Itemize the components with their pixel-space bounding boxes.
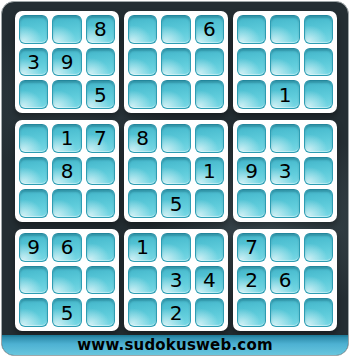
box-r1c1: 8395 xyxy=(15,11,119,113)
cell-r9c1[interactable] xyxy=(19,298,48,327)
cell-r5c1[interactable] xyxy=(19,157,48,186)
cell-r4c2[interactable]: 1 xyxy=(52,124,81,153)
box-r1c3: 1 xyxy=(233,11,337,113)
cell-r4c9[interactable] xyxy=(304,124,333,153)
cell-r2c2[interactable]: 9 xyxy=(52,48,81,77)
cell-r8c8[interactable]: 6 xyxy=(270,266,299,295)
cell-r6c7[interactable] xyxy=(237,189,266,218)
cell-r3c2[interactable] xyxy=(52,80,81,109)
cell-r7c2[interactable]: 6 xyxy=(52,233,81,262)
cell-r3c9[interactable] xyxy=(304,80,333,109)
cell-r4c3[interactable]: 7 xyxy=(86,124,115,153)
cell-r1c2[interactable] xyxy=(52,15,81,44)
cell-r5c9[interactable] xyxy=(304,157,333,186)
box-r3c2: 1342 xyxy=(124,229,228,331)
cell-r2c4[interactable] xyxy=(128,48,157,77)
sudoku-plaque: 839561178815939651342726 www.sudokusweb.… xyxy=(1,1,349,356)
cell-r8c7[interactable]: 2 xyxy=(237,266,266,295)
cell-r1c5[interactable] xyxy=(161,15,190,44)
cell-r7c4[interactable]: 1 xyxy=(128,233,157,262)
cell-r6c3[interactable] xyxy=(86,189,115,218)
cell-r6c8[interactable] xyxy=(270,189,299,218)
cell-r9c3[interactable] xyxy=(86,298,115,327)
cell-r3c7[interactable] xyxy=(237,80,266,109)
cell-r2c5[interactable] xyxy=(161,48,190,77)
cell-r9c6[interactable] xyxy=(195,298,224,327)
cell-r1c4[interactable] xyxy=(128,15,157,44)
cell-r6c5[interactable]: 5 xyxy=(161,189,190,218)
cell-r7c9[interactable] xyxy=(304,233,333,262)
website-link[interactable]: www.sudokusweb.com xyxy=(77,336,272,354)
cell-r9c5[interactable]: 2 xyxy=(161,298,190,327)
cell-r2c3[interactable] xyxy=(86,48,115,77)
cell-r9c7[interactable] xyxy=(237,298,266,327)
cell-r4c1[interactable] xyxy=(19,124,48,153)
cell-r9c8[interactable] xyxy=(270,298,299,327)
cell-r1c9[interactable] xyxy=(304,15,333,44)
cell-r8c5[interactable]: 3 xyxy=(161,266,190,295)
cell-r7c7[interactable]: 7 xyxy=(237,233,266,262)
cell-r9c4[interactable] xyxy=(128,298,157,327)
cell-r3c6[interactable] xyxy=(195,80,224,109)
cell-r6c9[interactable] xyxy=(304,189,333,218)
cell-r2c6[interactable] xyxy=(195,48,224,77)
cell-r1c6[interactable]: 6 xyxy=(195,15,224,44)
cell-r3c8[interactable]: 1 xyxy=(270,80,299,109)
cell-r2c9[interactable] xyxy=(304,48,333,77)
cell-r2c8[interactable] xyxy=(270,48,299,77)
cell-r5c5[interactable] xyxy=(161,157,190,186)
cell-r8c2[interactable] xyxy=(52,266,81,295)
cell-r5c7[interactable]: 9 xyxy=(237,157,266,186)
cell-r4c7[interactable] xyxy=(237,124,266,153)
cell-r5c4[interactable] xyxy=(128,157,157,186)
cell-r6c4[interactable] xyxy=(128,189,157,218)
box-r3c3: 726 xyxy=(233,229,337,331)
cell-r5c3[interactable] xyxy=(86,157,115,186)
cell-r7c5[interactable] xyxy=(161,233,190,262)
cell-r6c6[interactable] xyxy=(195,189,224,218)
cell-r3c5[interactable] xyxy=(161,80,190,109)
cell-r9c2[interactable]: 5 xyxy=(52,298,81,327)
cell-r1c8[interactable] xyxy=(270,15,299,44)
cell-r1c7[interactable] xyxy=(237,15,266,44)
cell-r4c5[interactable] xyxy=(161,124,190,153)
sudoku-board: 839561178815939651342726 xyxy=(2,2,348,331)
cell-r1c1[interactable] xyxy=(19,15,48,44)
cell-r4c8[interactable] xyxy=(270,124,299,153)
cell-r8c3[interactable] xyxy=(86,266,115,295)
cell-r9c9[interactable] xyxy=(304,298,333,327)
cell-r3c1[interactable] xyxy=(19,80,48,109)
cell-r5c8[interactable]: 3 xyxy=(270,157,299,186)
cell-r8c4[interactable] xyxy=(128,266,157,295)
cell-r7c3[interactable] xyxy=(86,233,115,262)
cell-r6c2[interactable] xyxy=(52,189,81,218)
box-r2c1: 178 xyxy=(15,120,119,222)
cell-r3c3[interactable]: 5 xyxy=(86,80,115,109)
cell-r5c2[interactable]: 8 xyxy=(52,157,81,186)
cell-r2c1[interactable]: 3 xyxy=(19,48,48,77)
box-r2c3: 93 xyxy=(233,120,337,222)
footer-bar: www.sudokusweb.com xyxy=(2,335,348,355)
cell-r3c4[interactable] xyxy=(128,80,157,109)
cell-r4c4[interactable]: 8 xyxy=(128,124,157,153)
cell-r5c6[interactable]: 1 xyxy=(195,157,224,186)
cell-r7c1[interactable]: 9 xyxy=(19,233,48,262)
cell-r7c6[interactable] xyxy=(195,233,224,262)
cell-r6c1[interactable] xyxy=(19,189,48,218)
box-r2c2: 815 xyxy=(124,120,228,222)
cell-r8c6[interactable]: 4 xyxy=(195,266,224,295)
box-r1c2: 6 xyxy=(124,11,228,113)
cell-r4c6[interactable] xyxy=(195,124,224,153)
cell-r1c3[interactable]: 8 xyxy=(86,15,115,44)
cell-r8c1[interactable] xyxy=(19,266,48,295)
cell-r8c9[interactable] xyxy=(304,266,333,295)
box-r3c1: 965 xyxy=(15,229,119,331)
cell-r2c7[interactable] xyxy=(237,48,266,77)
cell-r7c8[interactable] xyxy=(270,233,299,262)
